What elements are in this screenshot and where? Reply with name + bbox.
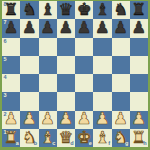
square-c6[interactable] (39, 38, 57, 56)
square-g8[interactable]: ♞ (112, 1, 130, 19)
square-g3[interactable] (112, 92, 130, 110)
piece-black-bishop: ♝ (40, 1, 55, 18)
square-c5[interactable] (39, 56, 57, 74)
square-g2[interactable]: ♟ (112, 111, 130, 129)
square-b4[interactable] (20, 74, 38, 92)
square-d3[interactable] (57, 92, 75, 110)
square-a2[interactable]: ♟2 (2, 111, 20, 129)
piece-white-bishop: ♝ (95, 129, 110, 146)
square-g7[interactable]: ♟ (112, 19, 130, 37)
piece-black-queen: ♛ (58, 1, 73, 18)
piece-white-king: ♚ (77, 129, 92, 146)
square-e4[interactable] (75, 74, 93, 92)
square-f5[interactable] (93, 56, 111, 74)
square-a4[interactable]: 4 (2, 74, 20, 92)
piece-white-knight: ♞ (113, 129, 128, 146)
square-b2[interactable]: ♟ (20, 111, 38, 129)
square-a5[interactable]: 5 (2, 56, 20, 74)
piece-white-pawn: ♟ (113, 111, 128, 128)
square-c2[interactable]: ♟ (39, 111, 57, 129)
square-h7[interactable]: ♟ (130, 19, 148, 37)
square-e8[interactable]: ♚ (75, 1, 93, 19)
square-f6[interactable] (93, 38, 111, 56)
piece-white-bishop: ♝ (40, 129, 55, 146)
piece-black-king: ♚ (77, 1, 92, 18)
square-c4[interactable] (39, 74, 57, 92)
square-e3[interactable] (75, 92, 93, 110)
piece-black-pawn: ♟ (40, 20, 55, 37)
square-f3[interactable] (93, 92, 111, 110)
piece-white-knight: ♞ (22, 129, 37, 146)
square-d2[interactable]: ♟ (57, 111, 75, 129)
square-g5[interactable] (112, 56, 130, 74)
square-c8[interactable]: ♝ (39, 1, 57, 19)
piece-white-rook: ♜ (4, 129, 19, 146)
piece-black-knight: ♞ (22, 1, 37, 18)
square-e6[interactable] (75, 38, 93, 56)
square-d7[interactable]: ♟ (57, 19, 75, 37)
piece-black-rook: ♜ (131, 1, 146, 18)
square-h3[interactable] (130, 92, 148, 110)
square-h4[interactable] (130, 74, 148, 92)
square-f4[interactable] (93, 74, 111, 92)
square-b3[interactable] (20, 92, 38, 110)
piece-white-pawn: ♟ (58, 111, 73, 128)
piece-white-pawn: ♟ (4, 111, 19, 128)
piece-black-bishop: ♝ (95, 1, 110, 18)
square-g6[interactable] (112, 38, 130, 56)
rank-label-3: 3 (4, 93, 7, 99)
rank-label-6: 6 (4, 39, 7, 45)
piece-white-pawn: ♟ (22, 111, 37, 128)
square-c3[interactable] (39, 92, 57, 110)
square-b7[interactable]: ♟ (20, 19, 38, 37)
piece-white-pawn: ♟ (95, 111, 110, 128)
square-h1[interactable]: ♜h (130, 129, 148, 147)
rank-label-4: 4 (4, 75, 7, 81)
piece-black-rook: ♜ (4, 1, 19, 18)
square-a1[interactable]: ♜1a (2, 129, 20, 147)
square-c7[interactable]: ♟ (39, 19, 57, 37)
piece-white-pawn: ♟ (131, 111, 146, 128)
square-d6[interactable] (57, 38, 75, 56)
piece-black-pawn: ♟ (131, 20, 146, 37)
square-b8[interactable]: ♞ (20, 1, 38, 19)
piece-white-rook: ♜ (131, 129, 146, 146)
square-h6[interactable] (130, 38, 148, 56)
square-a3[interactable]: 3 (2, 92, 20, 110)
square-f7[interactable]: ♟ (93, 19, 111, 37)
piece-black-knight: ♞ (113, 1, 128, 18)
square-f8[interactable]: ♝ (93, 1, 111, 19)
piece-black-pawn: ♟ (58, 20, 73, 37)
square-c1[interactable]: ♝c (39, 129, 57, 147)
square-h5[interactable] (130, 56, 148, 74)
square-a7[interactable]: ♟7 (2, 19, 20, 37)
piece-black-pawn: ♟ (22, 20, 37, 37)
square-a6[interactable]: 6 (2, 38, 20, 56)
piece-black-pawn: ♟ (113, 20, 128, 37)
square-e1[interactable]: ♚e (75, 129, 93, 147)
page-background: ♜8♞♝♛♚♝♞♜♟7♟♟♟♟♟♟♟6543♟2♟♟♟♟♟♟♟♜1a♞b♝c♛d… (0, 0, 150, 150)
square-h8[interactable]: ♜ (130, 1, 148, 19)
rank-label-5: 5 (4, 57, 7, 63)
piece-white-queen: ♛ (58, 129, 73, 146)
piece-black-pawn: ♟ (4, 20, 19, 37)
square-e2[interactable]: ♟ (75, 111, 93, 129)
square-b1[interactable]: ♞b (20, 129, 38, 147)
square-e5[interactable] (75, 56, 93, 74)
piece-black-pawn: ♟ (77, 20, 92, 37)
chess-board: ♜8♞♝♛♚♝♞♜♟7♟♟♟♟♟♟♟6543♟2♟♟♟♟♟♟♟♜1a♞b♝c♛d… (2, 1, 148, 147)
square-h2[interactable]: ♟ (130, 111, 148, 129)
square-b6[interactable] (20, 38, 38, 56)
piece-white-pawn: ♟ (40, 111, 55, 128)
square-g4[interactable] (112, 74, 130, 92)
piece-white-pawn: ♟ (77, 111, 92, 128)
square-a8[interactable]: ♜8 (2, 1, 20, 19)
square-d5[interactable] (57, 56, 75, 74)
square-b5[interactable] (20, 56, 38, 74)
square-f2[interactable]: ♟ (93, 111, 111, 129)
square-d8[interactable]: ♛ (57, 1, 75, 19)
piece-black-pawn: ♟ (95, 20, 110, 37)
square-g1[interactable]: ♞g (112, 129, 130, 147)
square-f1[interactable]: ♝f (93, 129, 111, 147)
square-d4[interactable] (57, 74, 75, 92)
square-d1[interactable]: ♛d (57, 129, 75, 147)
square-e7[interactable]: ♟ (75, 19, 93, 37)
